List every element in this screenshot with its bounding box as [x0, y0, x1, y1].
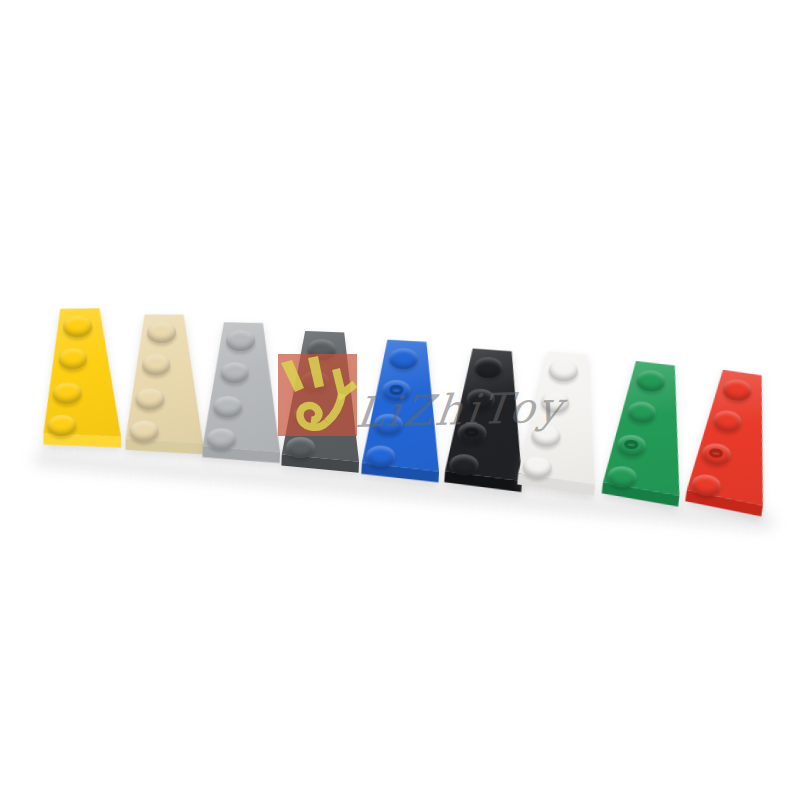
- wedge-plate-red: [684, 367, 777, 521]
- stud-3: [135, 387, 165, 409]
- wedge-plate-yellow: [36, 306, 122, 457]
- hollow-stud-ring: [709, 448, 723, 459]
- wedge-plate-light-gray: [200, 321, 281, 469]
- product-photo: LiZhiToy: [0, 0, 800, 800]
- hollow-stud-ring: [624, 439, 638, 449]
- brand-watermark-text: LiZhiToy: [354, 386, 567, 434]
- brand-logo-icon: [278, 354, 357, 436]
- wedge-plate-tan: [120, 313, 203, 463]
- brand-logo: [278, 354, 357, 436]
- wedge-plate-green: [600, 359, 689, 512]
- stud-3: [213, 395, 242, 417]
